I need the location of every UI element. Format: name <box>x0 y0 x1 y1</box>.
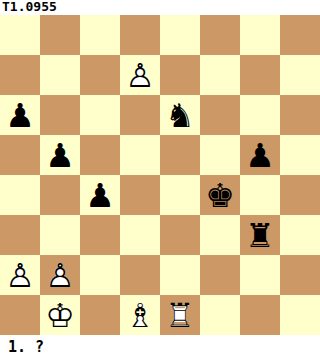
square-c5[interactable] <box>80 135 120 175</box>
square-d8[interactable] <box>120 15 160 55</box>
square-e5[interactable] <box>160 135 200 175</box>
square-c1[interactable] <box>80 295 120 335</box>
white-pawn-piece-fill: ♟ <box>0 255 40 295</box>
white-pawn-piece: ♙ <box>0 255 40 295</box>
square-c7[interactable] <box>80 55 120 95</box>
square-c8[interactable] <box>80 15 120 55</box>
square-h8[interactable] <box>280 15 320 55</box>
square-a7[interactable] <box>0 55 40 95</box>
square-d4[interactable] <box>120 175 160 215</box>
square-a2[interactable]: ♟♙ <box>0 255 40 295</box>
square-h4[interactable] <box>280 175 320 215</box>
white-rook-piece-fill: ♜ <box>160 295 200 335</box>
square-f3[interactable] <box>200 215 240 255</box>
square-d6[interactable] <box>120 95 160 135</box>
square-f1[interactable] <box>200 295 240 335</box>
square-e8[interactable] <box>160 15 200 55</box>
square-g7[interactable] <box>240 55 280 95</box>
black-rook-piece: ♜ <box>240 215 280 255</box>
square-g6[interactable] <box>240 95 280 135</box>
square-f2[interactable] <box>200 255 240 295</box>
square-c2[interactable] <box>80 255 120 295</box>
white-rook-piece: ♖ <box>160 295 200 335</box>
white-king-piece: ♔ <box>40 295 80 335</box>
square-e3[interactable] <box>160 215 200 255</box>
black-pawn-piece: ♟ <box>240 135 280 175</box>
square-b2[interactable]: ♟♙ <box>40 255 80 295</box>
square-a4[interactable] <box>0 175 40 215</box>
puzzle-id: T1.0955 <box>0 0 320 15</box>
square-e7[interactable] <box>160 55 200 95</box>
square-f5[interactable] <box>200 135 240 175</box>
square-h6[interactable] <box>280 95 320 135</box>
square-b6[interactable] <box>40 95 80 135</box>
square-c3[interactable] <box>80 215 120 255</box>
square-d1[interactable]: ♝♗ <box>120 295 160 335</box>
square-h5[interactable] <box>280 135 320 175</box>
chess-board: ♟♙♟♞♟♟♟♚♜♟♙♟♙♚♔♝♗♜♖ <box>0 15 320 335</box>
black-pawn-piece: ♟ <box>0 95 40 135</box>
white-pawn-piece-fill: ♟ <box>40 255 80 295</box>
square-g8[interactable] <box>240 15 280 55</box>
square-d3[interactable] <box>120 215 160 255</box>
square-e1[interactable]: ♜♖ <box>160 295 200 335</box>
white-pawn-piece-fill: ♟ <box>120 55 160 95</box>
square-g2[interactable] <box>240 255 280 295</box>
square-b4[interactable] <box>40 175 80 215</box>
black-knight-piece: ♞ <box>160 95 200 135</box>
square-a3[interactable] <box>0 215 40 255</box>
square-f6[interactable] <box>200 95 240 135</box>
square-b8[interactable] <box>40 15 80 55</box>
square-f4[interactable]: ♚ <box>200 175 240 215</box>
black-pawn-piece: ♟ <box>40 135 80 175</box>
square-f8[interactable] <box>200 15 240 55</box>
white-bishop-piece: ♗ <box>120 295 160 335</box>
square-e4[interactable] <box>160 175 200 215</box>
square-a8[interactable] <box>0 15 40 55</box>
white-bishop-piece-fill: ♝ <box>120 295 160 335</box>
square-b3[interactable] <box>40 215 80 255</box>
square-d5[interactable] <box>120 135 160 175</box>
square-d2[interactable] <box>120 255 160 295</box>
square-h7[interactable] <box>280 55 320 95</box>
square-b1[interactable]: ♚♔ <box>40 295 80 335</box>
white-pawn-piece: ♙ <box>120 55 160 95</box>
move-prompt: 1. ? <box>0 335 320 360</box>
white-king-piece-fill: ♚ <box>40 295 80 335</box>
square-a5[interactable] <box>0 135 40 175</box>
square-g5[interactable]: ♟ <box>240 135 280 175</box>
square-c6[interactable] <box>80 95 120 135</box>
black-king-piece: ♚ <box>200 175 240 215</box>
square-a1[interactable] <box>0 295 40 335</box>
black-pawn-piece: ♟ <box>80 175 120 215</box>
square-e2[interactable] <box>160 255 200 295</box>
square-g1[interactable] <box>240 295 280 335</box>
square-h1[interactable] <box>280 295 320 335</box>
square-d7[interactable]: ♟♙ <box>120 55 160 95</box>
square-h3[interactable] <box>280 215 320 255</box>
white-pawn-piece: ♙ <box>40 255 80 295</box>
square-c4[interactable]: ♟ <box>80 175 120 215</box>
square-g3[interactable]: ♜ <box>240 215 280 255</box>
square-g4[interactable] <box>240 175 280 215</box>
square-b5[interactable]: ♟ <box>40 135 80 175</box>
square-a6[interactable]: ♟ <box>0 95 40 135</box>
square-h2[interactable] <box>280 255 320 295</box>
square-b7[interactable] <box>40 55 80 95</box>
square-e6[interactable]: ♞ <box>160 95 200 135</box>
square-f7[interactable] <box>200 55 240 95</box>
chess-puzzle-app: T1.0955 ♟♙♟♞♟♟♟♚♜♟♙♟♙♚♔♝♗♜♖ 1. ? <box>0 0 320 360</box>
